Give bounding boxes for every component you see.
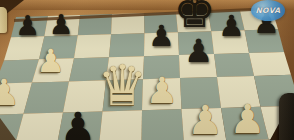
piece-black-pawn-c3[interactable]: ♟	[60, 107, 96, 140]
tv-broadcast-frame: ♟♟♚♟♟♟♟♟♟♛♟♟♟♟ NOVA	[0, 0, 294, 140]
square-e3[interactable]	[142, 109, 184, 140]
piece-white-pawn-e4[interactable]: ♟	[146, 72, 178, 108]
piece-white-pawn-f3[interactable]: ♟	[187, 100, 223, 140]
piece-black-pawn-f5[interactable]: ♟	[184, 35, 213, 67]
piece-black-pawn-b7[interactable]: ♟	[49, 10, 73, 37]
square-g5[interactable]	[214, 53, 254, 77]
piece-white-pawn-a4[interactable]: ♟	[0, 74, 20, 110]
piece-white-pawn-b5[interactable]: ♟	[36, 45, 65, 77]
square-h5[interactable]	[249, 52, 291, 76]
piece-black-king-f7[interactable]: ♚	[174, 0, 215, 33]
piece-black-pawn-e6[interactable]: ♟	[149, 22, 175, 51]
captured-black-piece	[279, 93, 294, 140]
piece-black-pawn-a7[interactable]: ♟	[16, 11, 40, 38]
piece-black-pawn-g6[interactable]: ♟	[219, 12, 245, 41]
captured-white-piece	[0, 7, 7, 33]
piece-white-queen-d4[interactable]: ♛	[97, 58, 147, 114]
nova-logo: NOVA	[251, 0, 285, 21]
piece-white-pawn-g3[interactable]: ♟	[229, 99, 265, 139]
nova-logo-text: NOVA	[255, 6, 280, 15]
